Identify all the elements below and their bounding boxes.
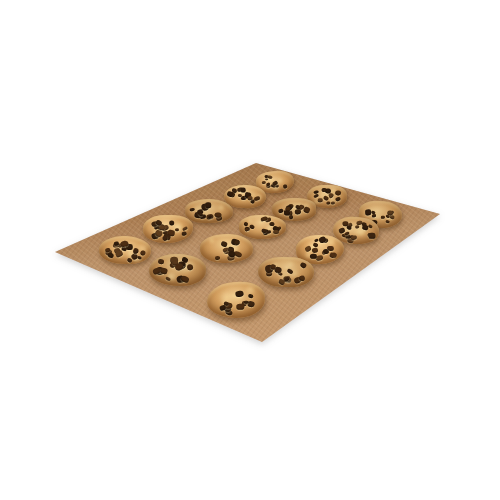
- chocolate-chip: [368, 232, 375, 238]
- chocolate-chip: [335, 190, 341, 195]
- chocolate-chip: [234, 239, 240, 245]
- cookie-r5c1: [98, 235, 151, 265]
- chocolate-chip: [189, 207, 194, 211]
- chocolate-chip: [248, 294, 253, 298]
- chocolate-chip: [312, 247, 319, 252]
- chocolate-chip: [158, 259, 165, 265]
- chocolate-chip: [205, 202, 211, 207]
- chocolate-chip: [385, 219, 389, 222]
- chocolate-chip: [326, 201, 330, 205]
- cookies-layer: [0, 0, 500, 500]
- cookie-r3c2: [238, 215, 285, 239]
- chocolate-chip: [107, 251, 115, 258]
- chocolate-chip: [372, 213, 376, 216]
- chocolate-chip: [241, 187, 246, 192]
- chocolate-chip: [214, 255, 220, 259]
- chocolate-chip: [318, 198, 323, 202]
- chocolate-chip: [368, 223, 373, 228]
- photo-stage: [0, 0, 500, 500]
- chocolate-chip: [313, 189, 318, 193]
- dough-bump: [285, 261, 295, 268]
- chocolate-chip: [244, 227, 249, 232]
- chocolate-chip: [236, 304, 244, 310]
- dough-bump: [216, 204, 227, 212]
- cookie-r5c2: [148, 254, 205, 286]
- chocolate-chip: [284, 210, 290, 215]
- cookie-r4c2: [199, 233, 253, 263]
- chocolate-chip: [238, 193, 242, 197]
- chocolate-chip: [181, 232, 187, 237]
- chocolate-chip: [243, 222, 248, 227]
- dough-bump: [207, 237, 216, 243]
- chocolate-chip: [314, 238, 318, 241]
- chocolate-chip: [350, 235, 357, 241]
- chocolate-chip: [355, 225, 359, 229]
- chocolate-chip: [299, 262, 307, 270]
- chocolate-chip: [328, 246, 334, 251]
- chocolate-chip: [283, 184, 288, 189]
- cookie-r5c3: [206, 280, 266, 320]
- chocolate-chip: [220, 240, 227, 247]
- chocolate-chip: [270, 263, 276, 269]
- chocolate-chip: [380, 215, 384, 218]
- cookie-r3c1: [185, 199, 233, 224]
- chocolate-chip: [330, 201, 335, 204]
- chocolate-chip: [247, 195, 252, 200]
- chocolate-chip: [335, 196, 341, 201]
- chocolate-chip: [261, 229, 266, 234]
- cookie-r4c1: [143, 215, 193, 244]
- chocolate-chip: [187, 264, 194, 270]
- cookie-r4c3: [258, 256, 315, 287]
- chocolate-chip: [272, 229, 278, 233]
- chocolate-chip: [214, 212, 222, 218]
- chocolate-chip: [298, 275, 305, 282]
- chocolate-chip: [115, 250, 123, 258]
- chocolate-chip: [364, 209, 370, 215]
